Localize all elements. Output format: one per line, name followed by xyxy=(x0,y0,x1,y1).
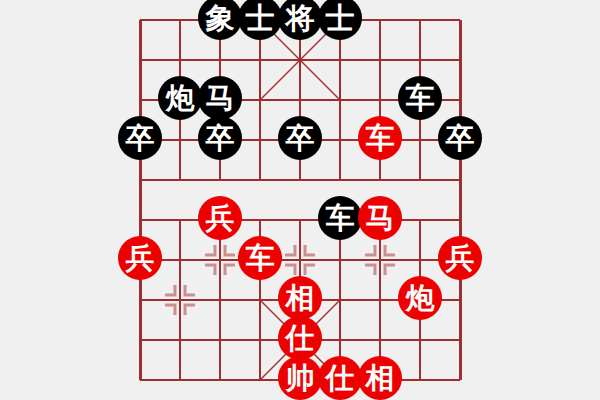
piece-black-soldier[interactable]: 卒 xyxy=(278,116,322,160)
piece-red-elephant[interactable]: 相 xyxy=(358,356,402,400)
piece-black-soldier[interactable]: 卒 xyxy=(438,116,482,160)
xiangqi-board: 象士将士炮马车卒卒卒车卒兵车马兵车兵相炮仕帅仕相 xyxy=(0,0,600,400)
piece-black-general[interactable]: 将 xyxy=(278,0,322,40)
piece-red-advisor[interactable]: 仕 xyxy=(318,356,362,400)
piece-black-cannon[interactable]: 炮 xyxy=(158,76,202,120)
piece-black-soldier[interactable]: 卒 xyxy=(198,116,242,160)
piece-red-horse[interactable]: 马 xyxy=(358,196,402,240)
piece-red-soldier[interactable]: 兵 xyxy=(438,236,482,280)
piece-black-chariot[interactable]: 车 xyxy=(318,196,362,240)
piece-red-soldier[interactable]: 兵 xyxy=(118,236,162,280)
piece-red-soldier[interactable]: 兵 xyxy=(198,196,242,240)
piece-red-general[interactable]: 帅 xyxy=(278,356,322,400)
piece-black-elephant[interactable]: 象 xyxy=(198,0,242,40)
piece-red-elephant[interactable]: 相 xyxy=(278,276,322,320)
piece-red-cannon[interactable]: 炮 xyxy=(398,276,442,320)
piece-black-soldier[interactable]: 卒 xyxy=(118,116,162,160)
piece-red-advisor[interactable]: 仕 xyxy=(278,316,322,360)
piece-red-chariot[interactable]: 车 xyxy=(358,116,402,160)
piece-layer: 象士将士炮马车卒卒卒车卒兵车马兵车兵相炮仕帅仕相 xyxy=(0,0,600,400)
piece-black-advisor[interactable]: 士 xyxy=(318,0,362,40)
piece-red-chariot[interactable]: 车 xyxy=(238,236,282,280)
piece-black-chariot[interactable]: 车 xyxy=(398,76,442,120)
piece-black-horse[interactable]: 马 xyxy=(198,76,242,120)
piece-black-advisor[interactable]: 士 xyxy=(238,0,282,40)
